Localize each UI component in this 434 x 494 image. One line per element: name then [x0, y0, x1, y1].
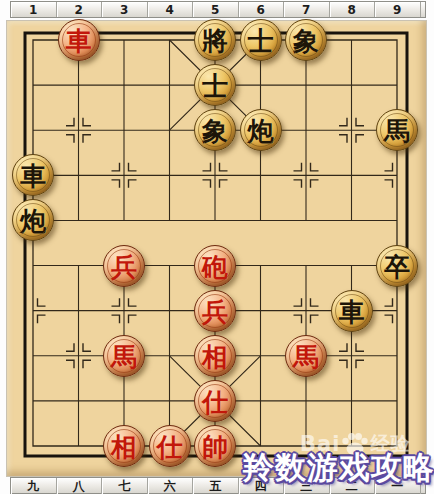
piece-glyph: 帥 [202, 433, 228, 459]
piece-glyph: 將 [202, 28, 228, 54]
red-soldier[interactable]: 兵 [103, 245, 145, 287]
piece-glyph: 馬 [384, 118, 410, 144]
piece-glyph: 象 [293, 28, 319, 54]
piece-glyph: 士 [248, 28, 274, 54]
xiangqi-screenshot: 123456789 車將士象士象炮馬車炮兵砲卒兵車馬相馬仕相仕帥 Bai 经验 … [0, 0, 434, 494]
black-elephant[interactable]: 象 [285, 19, 327, 61]
red-cannon[interactable]: 砲 [194, 245, 236, 287]
black-cannon[interactable]: 炮 [240, 109, 282, 151]
piece-glyph: 相 [202, 343, 228, 369]
red-horse[interactable]: 馬 [285, 335, 327, 377]
piece-glyph: 砲 [202, 253, 228, 279]
piece-glyph: 仕 [202, 388, 228, 414]
red-chariot[interactable]: 車 [58, 19, 100, 61]
piece-glyph: 兵 [111, 253, 137, 279]
red-elephant[interactable]: 相 [194, 335, 236, 377]
black-elephant[interactable]: 象 [194, 109, 236, 151]
black-soldier[interactable]: 卒 [376, 245, 418, 287]
piece-glyph: 車 [66, 28, 92, 54]
red-horse[interactable]: 馬 [103, 335, 145, 377]
piece-glyph: 兵 [202, 298, 228, 324]
black-general[interactable]: 將 [194, 19, 236, 61]
black-advisor[interactable]: 士 [240, 19, 282, 61]
black-horse[interactable]: 馬 [376, 109, 418, 151]
black-chariot[interactable]: 車 [331, 290, 373, 332]
pieces-layer: 車將士象士象炮馬車炮兵砲卒兵車馬相馬仕相仕帥 [0, 0, 434, 494]
piece-glyph: 馬 [111, 343, 137, 369]
red-soldier[interactable]: 兵 [194, 290, 236, 332]
piece-glyph: 車 [339, 298, 365, 324]
site-watermark: 羚数游戏攻略 [243, 447, 434, 489]
piece-glyph: 卒 [384, 253, 410, 279]
piece-glyph: 士 [202, 73, 228, 99]
black-chariot[interactable]: 車 [12, 154, 54, 196]
red-advisor[interactable]: 仕 [194, 380, 236, 422]
piece-glyph: 車 [20, 163, 46, 189]
piece-glyph: 仕 [157, 433, 183, 459]
piece-glyph: 象 [202, 118, 228, 144]
piece-glyph: 馬 [293, 343, 319, 369]
black-cannon[interactable]: 炮 [12, 199, 54, 241]
piece-glyph: 炮 [20, 208, 46, 234]
black-advisor[interactable]: 士 [194, 64, 236, 106]
red-general[interactable]: 帥 [194, 425, 236, 467]
piece-glyph: 相 [111, 433, 137, 459]
piece-glyph: 炮 [248, 118, 274, 144]
red-advisor[interactable]: 仕 [149, 425, 191, 467]
red-elephant[interactable]: 相 [103, 425, 145, 467]
